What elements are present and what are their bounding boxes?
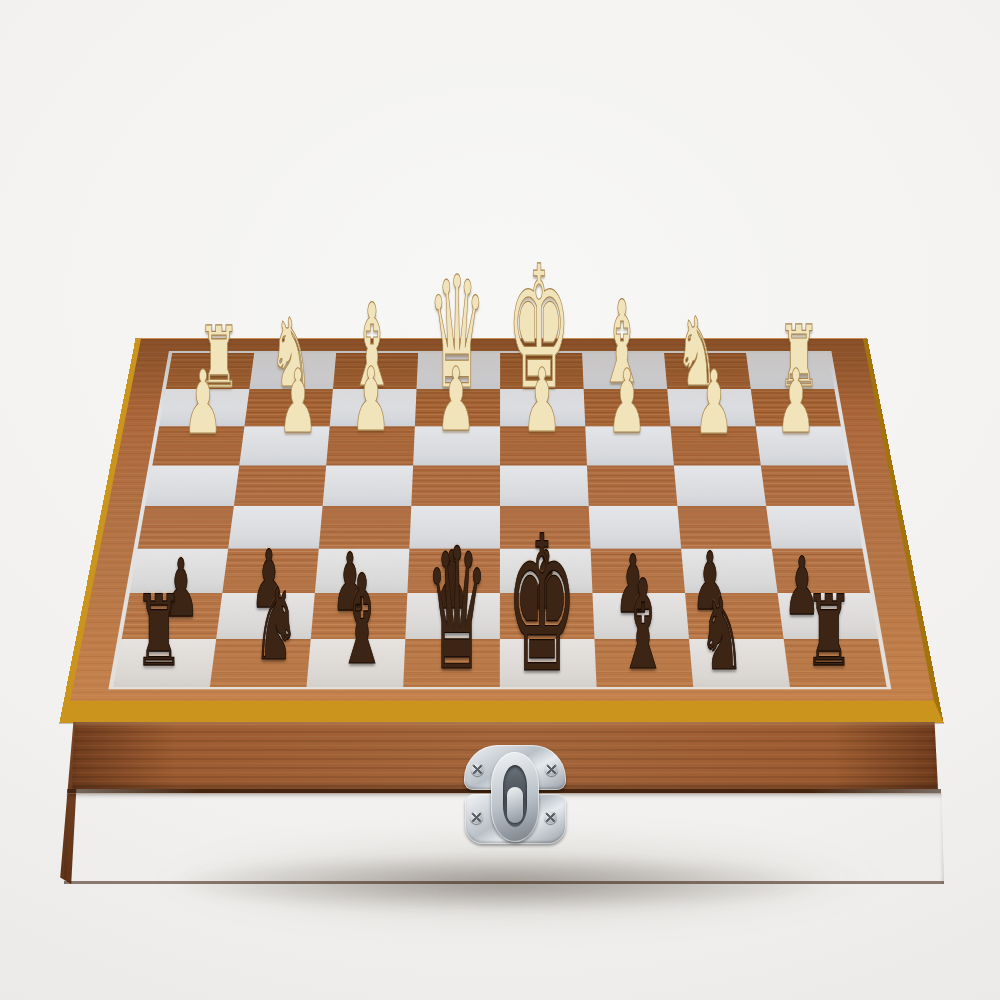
square-c2 — [584, 389, 671, 427]
square-f1 — [333, 353, 418, 389]
square-a5 — [766, 506, 862, 548]
square-e7 — [405, 593, 500, 639]
square-e3 — [413, 426, 500, 465]
square-c8 — [594, 639, 693, 687]
square-h6 — [130, 549, 228, 593]
square-e5 — [409, 506, 500, 548]
square-f5 — [319, 506, 411, 548]
square-d4 — [500, 465, 589, 506]
square-f3 — [326, 426, 415, 465]
square-d2 — [500, 389, 585, 427]
square-g5 — [228, 506, 322, 548]
square-a6 — [772, 549, 870, 593]
clasp-screw-icon — [471, 763, 484, 776]
square-c4 — [587, 465, 677, 506]
clasp-latch — [458, 741, 572, 853]
square-a7 — [778, 593, 879, 639]
square-d8 — [500, 639, 597, 687]
square-b8 — [689, 639, 790, 687]
square-c5 — [589, 506, 681, 548]
board-frame — [108, 351, 891, 689]
studio-backdrop: { "game": "chess", "scene": "overhead-an… — [0, 0, 1000, 1000]
clasp-ring-hole — [503, 765, 527, 827]
clasp-screw-icon — [545, 763, 558, 776]
square-c7 — [592, 593, 689, 639]
clasp-screw-icon — [544, 811, 557, 824]
square-f6 — [315, 549, 410, 593]
square-d1 — [500, 353, 584, 389]
square-b5 — [677, 506, 771, 548]
square-f4 — [323, 465, 414, 506]
square-e4 — [411, 465, 500, 506]
square-d6 — [500, 549, 593, 593]
clasp-tongue — [507, 787, 523, 823]
clasp-swing-ring — [491, 752, 539, 842]
square-h5 — [138, 506, 234, 548]
square-a8 — [784, 639, 887, 687]
square-b2 — [667, 389, 755, 427]
clasp-screw-icon — [470, 811, 483, 824]
square-c3 — [585, 426, 674, 465]
square-b1 — [664, 353, 751, 389]
square-b6 — [681, 549, 777, 593]
square-h1 — [166, 353, 254, 389]
square-h2 — [159, 389, 249, 427]
square-h8 — [113, 639, 216, 687]
square-e2 — [415, 389, 500, 427]
square-b4 — [674, 465, 766, 506]
square-c6 — [591, 549, 685, 593]
square-h3 — [152, 426, 244, 465]
square-a3 — [756, 426, 848, 465]
square-g4 — [234, 465, 326, 506]
square-h7 — [122, 593, 223, 639]
box-lid-top — [59, 338, 944, 723]
square-d5 — [500, 506, 591, 548]
square-h4 — [145, 465, 239, 506]
square-e6 — [407, 549, 500, 593]
square-e8 — [403, 639, 500, 687]
square-c1 — [582, 353, 667, 389]
scene: ♜♞♝♛♚♝♞♜♟♟♟♟♟♟♟♟♟♟♟♟♟♟♟♟♜♞♝♛♚♝♞♜ — [0, 0, 1000, 1000]
square-g2 — [244, 389, 333, 427]
square-g6 — [222, 549, 318, 593]
square-g8 — [210, 639, 311, 687]
square-g3 — [239, 426, 329, 465]
square-e1 — [417, 353, 501, 389]
square-f2 — [330, 389, 417, 427]
square-g7 — [216, 593, 315, 639]
square-f7 — [311, 593, 408, 639]
square-b7 — [685, 593, 784, 639]
square-b3 — [670, 426, 760, 465]
chessboard-grid — [113, 353, 887, 687]
square-d7 — [500, 593, 595, 639]
square-a4 — [761, 465, 855, 506]
square-a2 — [751, 389, 841, 427]
square-f8 — [306, 639, 405, 687]
square-g1 — [249, 353, 336, 389]
square-a1 — [746, 353, 834, 389]
square-d3 — [500, 426, 587, 465]
